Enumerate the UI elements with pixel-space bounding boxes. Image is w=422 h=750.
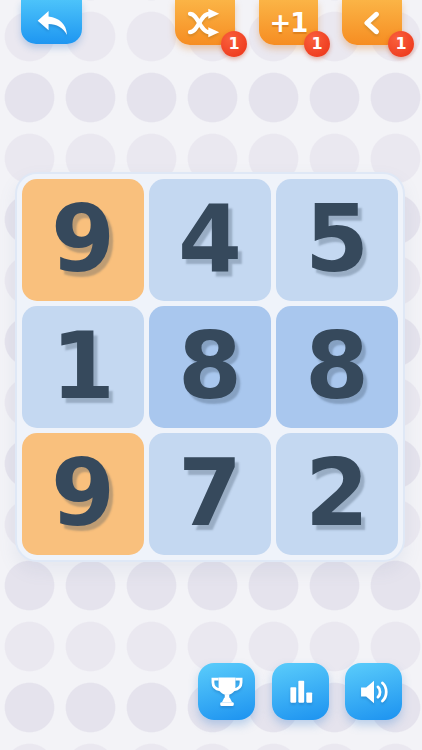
board-cell-r2c2[interactable]: 2 [276,433,398,555]
back-button[interactable] [21,0,82,44]
trophy-button[interactable] [198,663,255,720]
board-cell-r0c1[interactable]: 4 [149,179,271,301]
bar-chart-icon [284,675,318,709]
plus-one-label: +1 [270,8,308,38]
shuffle-icon [186,8,224,38]
game-screen: 1 +1 1 1 9 4 5 1 8 8 9 7 2 [0,0,422,750]
sound-button[interactable] [345,663,402,720]
stats-button[interactable] [272,663,329,720]
plus-one-badge: 1 [304,31,330,57]
board-cell-r2c0[interactable]: 9 [22,433,144,555]
board-cell-r0c0[interactable]: 9 [22,179,144,301]
board: 9 4 5 1 8 8 9 7 2 [15,172,405,562]
board-cell-r0c2[interactable]: 5 [276,179,398,301]
board-cell-r2c1[interactable]: 7 [149,433,271,555]
undo-button[interactable]: 1 [342,0,402,45]
board-cell-r1c1[interactable]: 8 [149,306,271,428]
plus-one-button[interactable]: +1 1 [259,0,318,45]
undo-badge: 1 [388,31,414,57]
speaker-icon [356,674,392,710]
board-cell-r1c0[interactable]: 1 [22,306,144,428]
back-arrow-icon [32,7,72,37]
board-cell-r1c2[interactable]: 8 [276,306,398,428]
shuffle-button[interactable]: 1 [175,0,235,45]
shuffle-badge: 1 [221,31,247,57]
trophy-icon [209,674,245,710]
chevron-left-icon [359,9,385,37]
